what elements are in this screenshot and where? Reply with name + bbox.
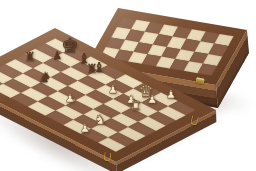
chess-piece-light-knight: ♞ — [94, 113, 106, 126]
brass-hook-icon — [104, 152, 112, 162]
chess-piece-dark-knight: ♞ — [39, 70, 52, 84]
chess-piece-dark-rook: ♜ — [24, 50, 36, 63]
chess-piece-light-rook: ♜ — [131, 100, 142, 112]
chess-piece-light-pawn: ♟ — [108, 84, 118, 95]
chess-piece-light-pawn: ♟ — [147, 94, 157, 105]
chess-piece-dark-bishop: ♝ — [93, 60, 106, 74]
chess-set-product-photo: ♜♚♟♝♞♜♝♟♟♛♟♜♟♟♞♟ — [0, 0, 256, 171]
chess-piece-dark-pawn: ♟ — [52, 50, 62, 61]
chess-piece-dark-king: ♚ — [61, 35, 79, 55]
chess-piece-light-pawn: ♟ — [80, 123, 90, 134]
chess-piece-light-pawn: ♟ — [65, 93, 75, 104]
chess-piece-light-pawn: ♟ — [166, 89, 176, 100]
